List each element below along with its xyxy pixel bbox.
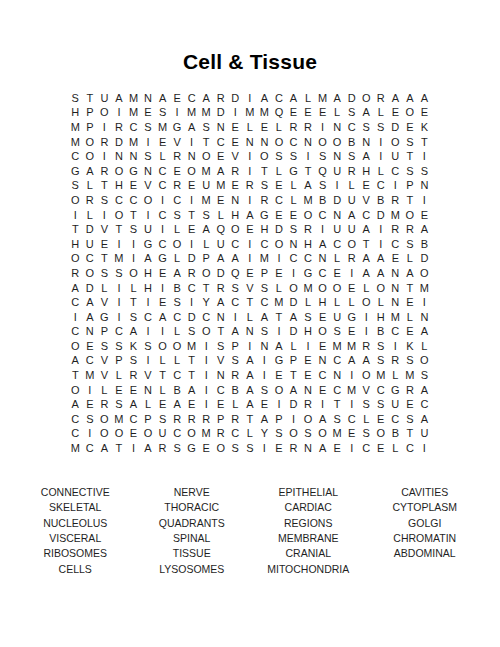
grid-cell[interactable]: B — [417, 237, 432, 252]
grid-cell[interactable]: C — [83, 252, 98, 267]
grid-cell[interactable]: A — [112, 91, 127, 106]
grid-cell[interactable]: C — [199, 310, 214, 325]
grid-cell[interactable]: O — [417, 266, 432, 281]
grid-cell[interactable]: T — [126, 295, 141, 310]
grid-cell[interactable]: S — [417, 164, 432, 179]
grid-cell[interactable]: L — [330, 295, 345, 310]
grid-cell[interactable]: E — [344, 427, 359, 442]
grid-cell[interactable]: I — [272, 252, 287, 267]
grid-cell[interactable]: S — [373, 354, 388, 369]
grid-cell[interactable]: G — [301, 266, 316, 281]
grid-cell[interactable]: N — [330, 120, 345, 135]
grid-cell[interactable]: H — [68, 106, 83, 121]
grid-cell[interactable]: E — [184, 222, 199, 237]
grid-cell[interactable]: V — [97, 368, 112, 383]
grid-cell[interactable]: I — [184, 193, 199, 208]
grid-cell[interactable]: S — [155, 106, 170, 121]
grid-cell[interactable]: O — [257, 149, 272, 164]
grid-cell[interactable]: P — [403, 179, 418, 194]
grid-cell[interactable]: L — [170, 354, 185, 369]
grid-cell[interactable]: S — [68, 91, 83, 106]
grid-cell[interactable]: O — [83, 135, 98, 150]
grid-cell[interactable]: L — [112, 368, 127, 383]
grid-cell[interactable]: A — [126, 325, 141, 340]
grid-cell[interactable]: S — [330, 325, 345, 340]
grid-cell[interactable]: R — [286, 120, 301, 135]
grid-cell[interactable]: R — [213, 281, 228, 296]
grid-cell[interactable]: I — [155, 193, 170, 208]
grid-cell[interactable]: E — [126, 427, 141, 442]
grid-cell[interactable]: O — [141, 193, 156, 208]
grid-cell[interactable]: E — [417, 208, 432, 223]
grid-cell[interactable]: U — [141, 222, 156, 237]
grid-cell[interactable]: R — [388, 222, 403, 237]
grid-cell[interactable]: C — [330, 354, 345, 369]
grid-cell[interactable]: L — [228, 397, 243, 412]
grid-cell[interactable]: L — [243, 310, 258, 325]
grid-cell[interactable]: C — [388, 164, 403, 179]
grid-cell[interactable]: G — [155, 252, 170, 267]
grid-cell[interactable]: O — [97, 106, 112, 121]
grid-cell[interactable]: E — [155, 397, 170, 412]
grid-cell[interactable]: R — [301, 397, 316, 412]
grid-cell[interactable]: R — [286, 441, 301, 456]
grid-cell[interactable]: I — [359, 325, 374, 340]
grid-cell[interactable]: O — [170, 237, 185, 252]
grid-cell[interactable]: S — [301, 427, 316, 442]
grid-cell[interactable]: S — [272, 427, 287, 442]
grid-cell[interactable]: N — [141, 164, 156, 179]
grid-cell[interactable]: C — [155, 237, 170, 252]
grid-cell[interactable]: P — [83, 106, 98, 121]
grid-cell[interactable]: P — [257, 266, 272, 281]
grid-cell[interactable]: I — [301, 149, 316, 164]
grid-cell[interactable]: H — [301, 325, 316, 340]
grid-cell[interactable]: R — [403, 222, 418, 237]
grid-cell[interactable]: A — [315, 412, 330, 427]
grid-cell[interactable]: N — [257, 339, 272, 354]
grid-cell[interactable]: A — [199, 91, 214, 106]
grid-cell[interactable]: A — [126, 397, 141, 412]
grid-cell[interactable]: O — [330, 281, 345, 296]
grid-cell[interactable]: I — [97, 149, 112, 164]
grid-cell[interactable]: I — [344, 368, 359, 383]
grid-cell[interactable]: H — [315, 295, 330, 310]
grid-cell[interactable]: O — [315, 427, 330, 442]
grid-cell[interactable]: L — [170, 325, 185, 340]
grid-cell[interactable]: I — [243, 252, 258, 267]
grid-cell[interactable]: S — [359, 120, 374, 135]
grid-cell[interactable]: T — [97, 252, 112, 267]
grid-cell[interactable]: I — [97, 208, 112, 223]
grid-cell[interactable]: A — [83, 295, 98, 310]
grid-cell[interactable]: T — [112, 222, 127, 237]
grid-cell[interactable]: O — [68, 339, 83, 354]
grid-cell[interactable]: U — [388, 149, 403, 164]
grid-cell[interactable]: A — [359, 266, 374, 281]
grid-cell[interactable]: I — [243, 91, 258, 106]
grid-cell[interactable]: C — [388, 325, 403, 340]
grid-cell[interactable]: B — [315, 193, 330, 208]
grid-cell[interactable]: Y — [199, 295, 214, 310]
grid-cell[interactable]: C — [83, 354, 98, 369]
grid-cell[interactable]: E — [403, 120, 418, 135]
grid-cell[interactable]: S — [184, 325, 199, 340]
grid-cell[interactable]: E — [199, 441, 214, 456]
grid-cell[interactable]: L — [388, 441, 403, 456]
grid-cell[interactable]: T — [126, 208, 141, 223]
grid-cell[interactable]: R — [388, 193, 403, 208]
grid-cell[interactable]: R — [388, 354, 403, 369]
grid-cell[interactable]: N — [388, 266, 403, 281]
grid-cell[interactable]: O — [112, 164, 127, 179]
grid-cell[interactable]: C — [315, 266, 330, 281]
grid-cell[interactable]: E — [388, 106, 403, 121]
grid-cell[interactable]: R — [243, 179, 258, 194]
grid-cell[interactable]: O — [315, 135, 330, 150]
grid-cell[interactable]: E — [213, 397, 228, 412]
grid-cell[interactable]: C — [344, 120, 359, 135]
grid-cell[interactable]: L — [97, 281, 112, 296]
grid-cell[interactable]: S — [403, 412, 418, 427]
grid-cell[interactable]: R — [213, 91, 228, 106]
grid-cell[interactable]: T — [301, 164, 316, 179]
grid-cell[interactable]: U — [97, 91, 112, 106]
grid-cell[interactable]: A — [301, 179, 316, 194]
grid-cell[interactable]: M — [344, 383, 359, 398]
grid-cell[interactable]: M — [68, 441, 83, 456]
grid-cell[interactable]: I — [272, 325, 287, 340]
grid-cell[interactable]: L — [243, 427, 258, 442]
grid-cell[interactable]: S — [170, 441, 185, 456]
grid-cell[interactable]: S — [344, 149, 359, 164]
grid-cell[interactable]: O — [315, 281, 330, 296]
grid-cell[interactable]: I — [228, 310, 243, 325]
grid-cell[interactable]: E — [155, 266, 170, 281]
grid-cell[interactable]: M — [388, 208, 403, 223]
grid-cell[interactable]: L — [272, 281, 287, 296]
grid-cell[interactable]: L — [403, 310, 418, 325]
grid-cell[interactable]: A — [170, 266, 185, 281]
grid-cell[interactable]: V — [97, 354, 112, 369]
grid-cell[interactable]: S — [228, 354, 243, 369]
grid-cell[interactable]: C — [170, 193, 185, 208]
grid-cell[interactable]: C — [213, 383, 228, 398]
grid-cell[interactable]: M — [344, 339, 359, 354]
grid-cell[interactable]: N — [301, 383, 316, 398]
grid-cell[interactable]: A — [359, 354, 374, 369]
grid-cell[interactable]: H — [112, 179, 127, 194]
grid-cell[interactable]: S — [83, 412, 98, 427]
grid-cell[interactable]: C — [257, 237, 272, 252]
grid-cell[interactable]: I — [373, 222, 388, 237]
grid-cell[interactable]: T — [403, 149, 418, 164]
grid-cell[interactable]: S — [344, 106, 359, 121]
grid-cell[interactable]: I — [286, 266, 301, 281]
grid-cell[interactable]: I — [315, 397, 330, 412]
grid-cell[interactable]: C — [213, 135, 228, 150]
grid-cell[interactable]: O — [170, 339, 185, 354]
grid-cell[interactable]: E — [388, 252, 403, 267]
grid-cell[interactable]: L — [403, 252, 418, 267]
grid-cell[interactable]: P — [97, 325, 112, 340]
grid-cell[interactable]: C — [155, 164, 170, 179]
grid-cell[interactable]: L — [417, 339, 432, 354]
grid-cell[interactable]: A — [83, 164, 98, 179]
grid-cell[interactable]: M — [417, 281, 432, 296]
grid-cell[interactable]: I — [141, 325, 156, 340]
grid-cell[interactable]: N — [141, 91, 156, 106]
grid-cell[interactable]: A — [228, 325, 243, 340]
grid-cell[interactable]: S — [112, 397, 127, 412]
grid-cell[interactable]: U — [344, 193, 359, 208]
grid-cell[interactable]: S — [272, 149, 287, 164]
grid-cell[interactable]: T — [403, 281, 418, 296]
grid-cell[interactable]: V — [213, 354, 228, 369]
grid-cell[interactable]: S — [373, 120, 388, 135]
grid-cell[interactable]: E — [170, 91, 185, 106]
grid-cell[interactable]: E — [97, 237, 112, 252]
grid-cell[interactable]: A — [344, 208, 359, 223]
grid-cell[interactable]: N — [388, 281, 403, 296]
grid-cell[interactable]: T — [97, 179, 112, 194]
grid-cell[interactable]: A — [403, 91, 418, 106]
grid-cell[interactable]: O — [272, 135, 287, 150]
grid-cell[interactable]: C — [315, 368, 330, 383]
grid-cell[interactable]: L — [126, 281, 141, 296]
grid-cell[interactable]: R — [97, 164, 112, 179]
grid-cell[interactable]: C — [373, 179, 388, 194]
grid-cell[interactable]: D — [184, 252, 199, 267]
grid-cell[interactable]: O — [417, 354, 432, 369]
grid-cell[interactable]: R — [199, 412, 214, 427]
grid-cell[interactable]: C — [403, 441, 418, 456]
grid-cell[interactable]: I — [257, 354, 272, 369]
grid-cell[interactable]: S — [417, 368, 432, 383]
grid-cell[interactable]: E — [272, 266, 287, 281]
grid-cell[interactable]: O — [184, 164, 199, 179]
grid-cell[interactable]: A — [388, 91, 403, 106]
grid-cell[interactable]: I — [359, 310, 374, 325]
grid-cell[interactable]: E — [257, 397, 272, 412]
grid-cell[interactable]: I — [417, 295, 432, 310]
grid-cell[interactable]: I — [155, 281, 170, 296]
grid-cell[interactable]: G — [170, 120, 185, 135]
grid-cell[interactable]: A — [68, 354, 83, 369]
grid-cell[interactable]: L — [141, 397, 156, 412]
grid-cell[interactable]: I — [344, 441, 359, 456]
grid-cell[interactable]: A — [417, 383, 432, 398]
grid-cell[interactable]: V — [228, 149, 243, 164]
grid-cell[interactable]: I — [243, 193, 258, 208]
grid-cell[interactable]: M — [315, 91, 330, 106]
grid-cell[interactable]: S — [141, 149, 156, 164]
grid-cell[interactable]: M — [257, 252, 272, 267]
grid-cell[interactable]: O — [112, 427, 127, 442]
grid-cell[interactable]: N — [286, 237, 301, 252]
grid-cell[interactable]: A — [403, 266, 418, 281]
grid-cell[interactable]: M — [301, 193, 316, 208]
grid-cell[interactable]: A — [344, 354, 359, 369]
grid-cell[interactable]: O — [68, 252, 83, 267]
grid-cell[interactable]: I — [184, 135, 199, 150]
grid-cell[interactable]: A — [68, 397, 83, 412]
grid-cell[interactable]: M — [155, 120, 170, 135]
grid-cell[interactable]: E — [373, 441, 388, 456]
grid-cell[interactable]: G — [126, 164, 141, 179]
grid-cell[interactable]: C — [141, 310, 156, 325]
grid-cell[interactable]: I — [199, 368, 214, 383]
grid-cell[interactable]: P — [112, 354, 127, 369]
grid-cell[interactable]: A — [315, 441, 330, 456]
grid-cell[interactable]: I — [141, 208, 156, 223]
grid-cell[interactable]: S — [170, 208, 185, 223]
grid-cell[interactable]: A — [330, 91, 345, 106]
grid-cell[interactable]: C — [68, 412, 83, 427]
grid-cell[interactable]: O — [184, 427, 199, 442]
grid-cell[interactable]: R — [184, 266, 199, 281]
grid-cell[interactable]: C — [344, 412, 359, 427]
grid-cell[interactable]: M — [373, 368, 388, 383]
grid-cell[interactable]: L — [330, 106, 345, 121]
grid-cell[interactable]: D — [417, 252, 432, 267]
grid-cell[interactable]: S — [126, 222, 141, 237]
grid-cell[interactable]: E — [213, 193, 228, 208]
grid-cell[interactable]: C — [330, 383, 345, 398]
grid-cell[interactable]: V — [97, 295, 112, 310]
grid-cell[interactable]: R — [68, 266, 83, 281]
grid-cell[interactable]: N — [315, 354, 330, 369]
grid-cell[interactable]: C — [155, 208, 170, 223]
grid-cell[interactable]: I — [286, 412, 301, 427]
grid-cell[interactable]: A — [359, 252, 374, 267]
grid-cell[interactable]: K — [403, 339, 418, 354]
grid-cell[interactable]: E — [315, 106, 330, 121]
grid-cell[interactable]: L — [301, 295, 316, 310]
grid-cell[interactable]: D — [330, 193, 345, 208]
grid-cell[interactable]: A — [286, 383, 301, 398]
grid-cell[interactable]: S — [126, 354, 141, 369]
grid-cell[interactable]: O — [97, 412, 112, 427]
grid-cell[interactable]: Q — [213, 222, 228, 237]
grid-cell[interactable]: D — [286, 295, 301, 310]
grid-cell[interactable]: A — [141, 441, 156, 456]
grid-cell[interactable]: R — [97, 135, 112, 150]
grid-cell[interactable]: G — [388, 383, 403, 398]
grid-cell[interactable]: H — [228, 208, 243, 223]
grid-cell[interactable]: R — [228, 368, 243, 383]
grid-cell[interactable]: S — [112, 339, 127, 354]
grid-cell[interactable]: E — [301, 106, 316, 121]
grid-cell[interactable]: L — [83, 179, 98, 194]
grid-cell[interactable]: T — [257, 164, 272, 179]
grid-cell[interactable]: O — [213, 441, 228, 456]
grid-cell[interactable]: G — [286, 164, 301, 179]
grid-cell[interactable]: L — [330, 252, 345, 267]
grid-cell[interactable]: I — [141, 135, 156, 150]
grid-cell[interactable]: I — [388, 179, 403, 194]
grid-cell[interactable]: A — [417, 412, 432, 427]
grid-cell[interactable]: O — [286, 281, 301, 296]
grid-cell[interactable]: I — [315, 222, 330, 237]
grid-cell[interactable]: T — [184, 354, 199, 369]
grid-cell[interactable]: M — [301, 281, 316, 296]
grid-cell[interactable]: O — [359, 368, 374, 383]
grid-cell[interactable]: P — [272, 412, 287, 427]
grid-cell[interactable]: H — [141, 281, 156, 296]
grid-cell[interactable]: E — [155, 295, 170, 310]
grid-cell[interactable]: I — [141, 295, 156, 310]
grid-cell[interactable]: Q — [315, 164, 330, 179]
grid-cell[interactable]: O — [373, 281, 388, 296]
grid-cell[interactable]: I — [141, 354, 156, 369]
grid-cell[interactable]: O — [83, 149, 98, 164]
grid-cell[interactable]: N — [213, 368, 228, 383]
grid-cell[interactable]: N — [112, 149, 127, 164]
grid-cell[interactable]: E — [83, 339, 98, 354]
grid-cell[interactable]: M — [199, 164, 214, 179]
grid-cell[interactable]: B — [170, 281, 185, 296]
grid-cell[interactable]: B — [170, 383, 185, 398]
grid-cell[interactable]: T — [417, 135, 432, 150]
grid-cell[interactable]: C — [184, 281, 199, 296]
grid-cell[interactable]: E — [344, 325, 359, 340]
grid-cell[interactable]: C — [170, 427, 185, 442]
grid-cell[interactable]: O — [97, 427, 112, 442]
grid-cell[interactable]: H — [373, 310, 388, 325]
grid-cell[interactable]: I — [112, 106, 127, 121]
grid-cell[interactable]: E — [403, 397, 418, 412]
grid-cell[interactable]: A — [155, 91, 170, 106]
grid-cell[interactable]: L — [170, 252, 185, 267]
grid-cell[interactable]: M — [388, 310, 403, 325]
grid-cell[interactable]: L — [286, 339, 301, 354]
grid-cell[interactable]: I — [243, 164, 258, 179]
grid-cell[interactable]: E — [272, 441, 287, 456]
grid-cell[interactable]: V — [170, 135, 185, 150]
grid-cell[interactable]: M — [184, 106, 199, 121]
grid-cell[interactable]: I — [199, 354, 214, 369]
grid-cell[interactable]: D — [228, 91, 243, 106]
grid-cell[interactable]: E — [243, 222, 258, 237]
grid-cell[interactable]: O — [68, 193, 83, 208]
grid-cell[interactable]: L — [373, 295, 388, 310]
grid-cell[interactable]: E — [170, 164, 185, 179]
grid-cell[interactable]: N — [388, 295, 403, 310]
grid-cell[interactable]: M — [83, 368, 98, 383]
grid-cell[interactable]: I — [344, 266, 359, 281]
grid-cell[interactable]: C — [272, 91, 287, 106]
grid-cell[interactable]: I — [199, 383, 214, 398]
grid-cell[interactable]: R — [170, 412, 185, 427]
grid-cell[interactable]: I — [228, 106, 243, 121]
grid-cell[interactable]: C — [388, 412, 403, 427]
grid-cell[interactable]: O — [199, 266, 214, 281]
grid-cell[interactable]: M — [126, 135, 141, 150]
grid-cell[interactable]: N — [330, 208, 345, 223]
grid-cell[interactable]: L — [388, 368, 403, 383]
grid-cell[interactable]: R — [155, 441, 170, 456]
grid-cell[interactable]: R — [228, 412, 243, 427]
grid-cell[interactable]: S — [257, 179, 272, 194]
grid-cell[interactable]: O — [301, 208, 316, 223]
grid-cell[interactable]: E — [315, 339, 330, 354]
grid-cell[interactable]: S — [126, 310, 141, 325]
grid-cell[interactable]: A — [315, 237, 330, 252]
grid-cell[interactable]: E — [272, 179, 287, 194]
grid-cell[interactable]: E — [272, 208, 287, 223]
grid-cell[interactable]: T — [184, 208, 199, 223]
